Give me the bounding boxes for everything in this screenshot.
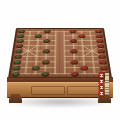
piece-red-soldier[interactable]: 兵: [70, 39, 77, 43]
piece-green-soldier[interactable]: 卒: [42, 60, 50, 65]
piece-green-soldier[interactable]: 卒: [41, 71, 49, 76]
piece-red-soldier[interactable]: 兵: [70, 60, 78, 65]
piece-red-cannon[interactable]: 炮: [80, 65, 88, 70]
maker-seal: [99, 73, 109, 96]
board-3d-wrap: 車馬象士將士象馬車砲砲卒卒卒卒卒兵兵兵兵兵炮炮車馬相仕帥仕相馬車: [7, 0, 113, 78]
piece-glyph: 卒: [45, 30, 49, 32]
piece-glyph: 車: [13, 72, 18, 75]
table-leg-left: [9, 94, 22, 103]
piece-glyph: 炮: [79, 35, 84, 37]
piece-glyph: 仕: [99, 55, 104, 58]
piece-red-chariot[interactable]: 車: [95, 29, 102, 33]
seal-stamp: [99, 85, 104, 90]
piece-green-cannon[interactable]: 砲: [32, 65, 40, 70]
piece-glyph: 卒: [44, 39, 49, 41]
piece-glyph: 仕: [98, 44, 103, 47]
piece-glyph: 將: [16, 49, 21, 52]
xiangqi-board[interactable]: 車馬象士將士象馬車砲砲卒卒卒卒卒兵兵兵兵兵炮炮車馬相仕帥仕相馬車: [8, 28, 112, 78]
piece-glyph: 帥: [99, 49, 104, 52]
piece-glyph: 卒: [43, 72, 48, 75]
piece-glyph: 相: [100, 60, 105, 63]
piece-glyph: 兵: [71, 39, 76, 41]
board-grid[interactable]: 車馬象士將士象馬車砲砲卒卒卒卒卒兵兵兵兵兵炮炮車馬相仕帥仕相馬車: [10, 29, 110, 77]
piece-glyph: 卒: [43, 60, 48, 63]
piece-glyph: 兵: [72, 60, 77, 63]
maker-seal-stamps: [99, 73, 104, 96]
piece-red-soldier[interactable]: 兵: [69, 29, 76, 33]
piece-glyph: 砲: [36, 35, 41, 37]
piece-red-horse[interactable]: 馬: [99, 65, 107, 70]
piece-glyph: 士: [16, 55, 21, 58]
seal-stamp: [99, 79, 104, 84]
piece-green-advisor[interactable]: 士: [14, 54, 22, 58]
piece-green-chariot[interactable]: 車: [18, 29, 25, 33]
piece-green-elephant[interactable]: 象: [13, 60, 21, 65]
piece-green-horse[interactable]: 馬: [17, 34, 24, 38]
piece-green-chariot[interactable]: 車: [11, 71, 20, 76]
seal-stamp: [99, 91, 104, 96]
piece-red-elephant[interactable]: 相: [99, 60, 107, 65]
piece-green-horse[interactable]: 馬: [12, 65, 20, 70]
piece-red-general[interactable]: 帥: [97, 49, 105, 53]
seal-stamp: [99, 73, 104, 78]
piece-glyph: 士: [17, 44, 22, 47]
piece-green-cannon[interactable]: 砲: [35, 34, 42, 38]
piece-glyph: 相: [97, 39, 102, 41]
piece-glyph: 炮: [82, 66, 87, 69]
piece-glyph: 象: [15, 60, 20, 63]
piece-green-soldier[interactable]: 卒: [42, 49, 50, 53]
piece-green-soldier[interactable]: 卒: [44, 29, 51, 33]
piece-red-horse[interactable]: 馬: [95, 34, 102, 38]
piece-glyph: 兵: [72, 72, 77, 75]
product-photo-scene: 車馬象士將士象馬車砲砲卒卒卒卒卒兵兵兵兵兵炮炮車馬相仕帥仕相馬車: [0, 0, 120, 120]
drawer-right[interactable]: [67, 86, 101, 95]
drawer-left[interactable]: [31, 86, 65, 95]
piece-glyph: 兵: [71, 30, 75, 32]
piece-red-soldier[interactable]: 兵: [70, 49, 78, 53]
table-apron: [7, 82, 113, 98]
piece-glyph: 砲: [33, 66, 38, 69]
piece-red-cannon[interactable]: 炮: [78, 34, 85, 38]
piece-glyph: 象: [18, 39, 23, 41]
piece-glyph: 兵: [71, 49, 76, 52]
piece-glyph: 車: [19, 30, 24, 32]
piece-red-soldier[interactable]: 兵: [71, 71, 79, 76]
piece-glyph: 車: [96, 30, 101, 32]
maker-seal-label: [105, 73, 109, 95]
piece-glyph: 馬: [19, 35, 24, 37]
piece-glyph: 馬: [97, 35, 102, 37]
table-shadow: [8, 98, 112, 108]
piece-glyph: 馬: [14, 66, 19, 69]
piece-green-elephant[interactable]: 象: [16, 39, 24, 43]
piece-red-advisor[interactable]: 仕: [97, 44, 105, 48]
piece-green-advisor[interactable]: 士: [16, 44, 24, 48]
piece-glyph: 馬: [101, 66, 106, 69]
piece-red-elephant[interactable]: 相: [96, 39, 104, 43]
piece-green-soldier[interactable]: 卒: [43, 39, 50, 43]
piece-red-advisor[interactable]: 仕: [98, 54, 106, 58]
piece-green-general[interactable]: 將: [15, 49, 23, 53]
piece-glyph: 卒: [44, 49, 49, 52]
